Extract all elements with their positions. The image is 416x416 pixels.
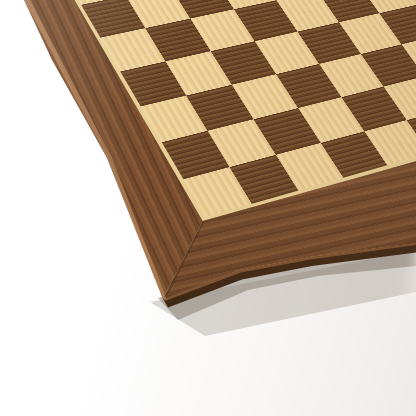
chessboard-photo <box>0 0 416 416</box>
lighting-vignette <box>0 0 416 416</box>
